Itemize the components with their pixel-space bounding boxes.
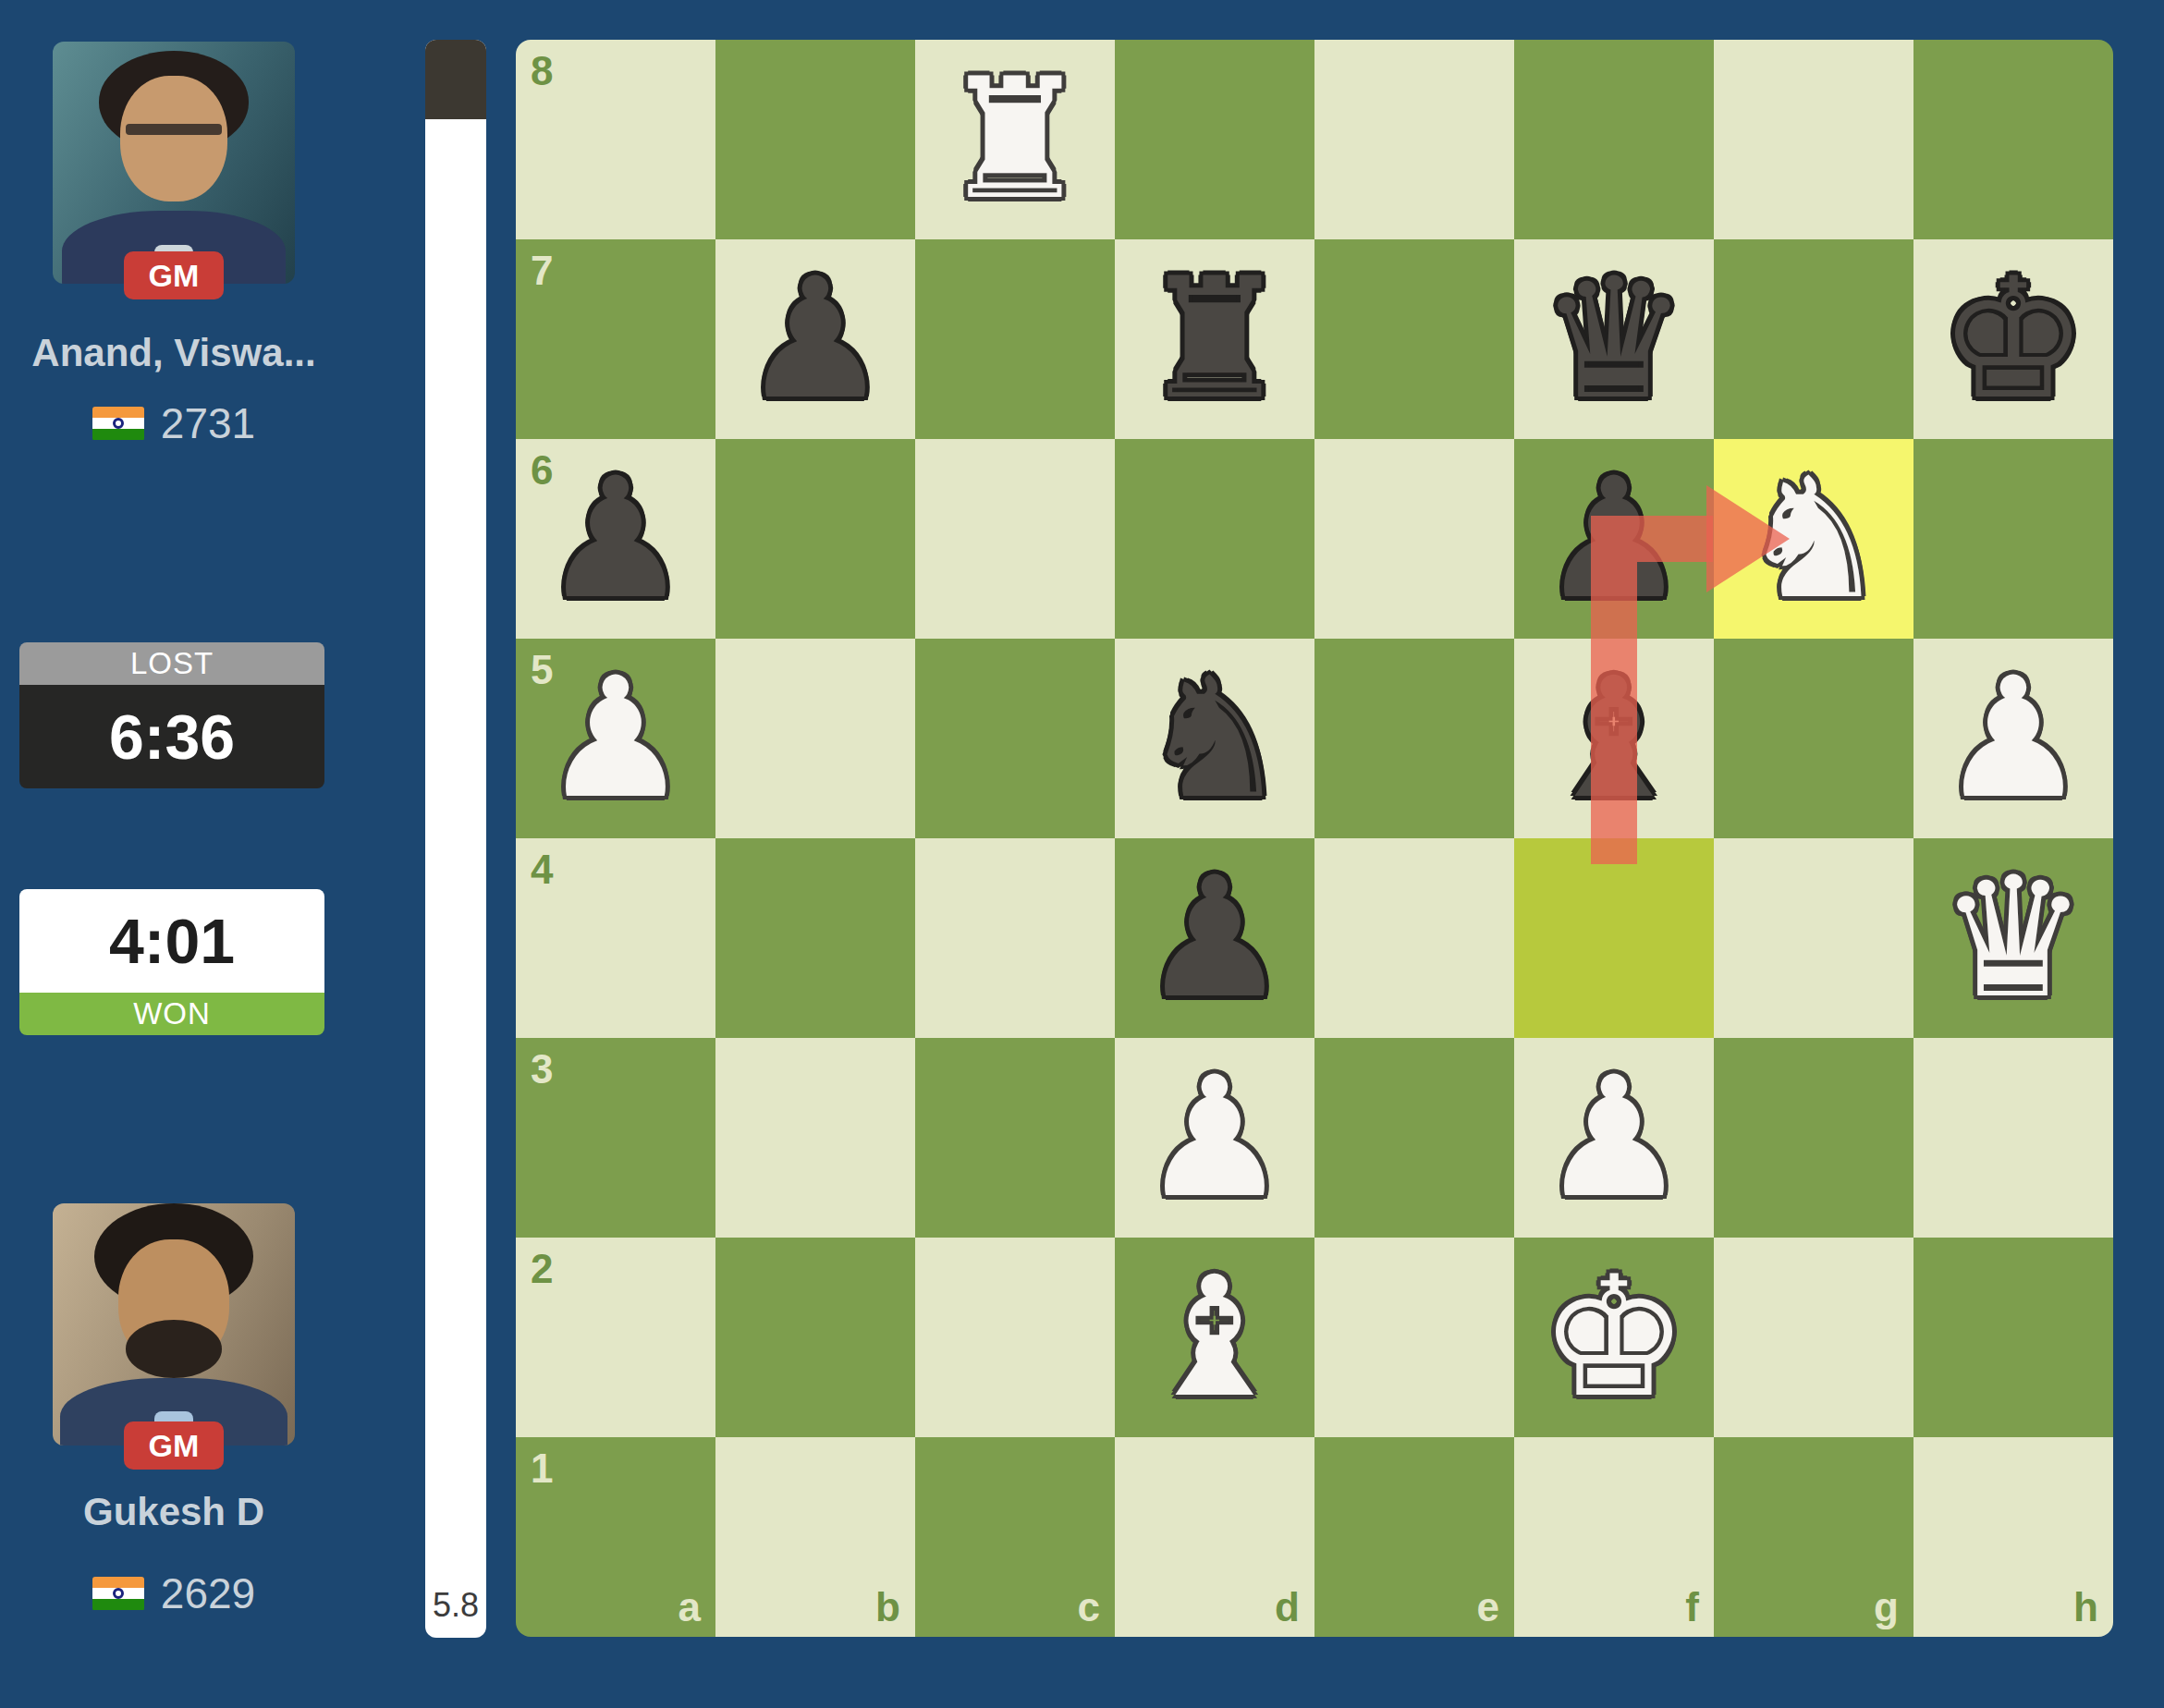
square-h6[interactable] — [1913, 439, 2113, 639]
title-badge-top: GM — [124, 251, 224, 299]
square-h2[interactable] — [1913, 1238, 2113, 1437]
piece-black-king-h7[interactable]: ♚ — [1913, 239, 2113, 439]
square-e2[interactable] — [1314, 1238, 1514, 1437]
title-badge-bottom: GM — [124, 1421, 224, 1470]
square-h1[interactable]: h — [1913, 1437, 2113, 1637]
photo-glasses — [126, 124, 223, 135]
file-label-h: h — [2073, 1587, 2098, 1628]
file-label-b: b — [875, 1587, 900, 1628]
square-c1[interactable]: c — [915, 1437, 1115, 1637]
square-h8[interactable] — [1913, 40, 2113, 239]
piece-white-pawn-f3[interactable]: ♟ — [1514, 1038, 1714, 1238]
square-c7[interactable] — [915, 239, 1115, 439]
square-f1[interactable]: f — [1514, 1437, 1714, 1637]
file-label-f: f — [1685, 1587, 1699, 1628]
square-b2[interactable] — [715, 1238, 915, 1437]
square-g5[interactable] — [1714, 639, 1913, 838]
rating-row-bottom: 2629 — [0, 1569, 348, 1617]
square-e6[interactable] — [1314, 439, 1514, 639]
file-label-e: e — [1477, 1587, 1499, 1628]
piece-white-knight-g6[interactable]: ♞ — [1714, 439, 1913, 639]
square-b4[interactable] — [715, 838, 915, 1038]
square-b1[interactable]: b — [715, 1437, 915, 1637]
game-viewer: { "game": "chess", "position": { "fen": … — [0, 0, 2164, 1708]
piece-black-pawn-f6[interactable]: ♟ — [1514, 439, 1714, 639]
square-a8[interactable]: 8 — [516, 40, 715, 239]
piece-black-pawn-a6[interactable]: ♟ — [516, 439, 715, 639]
photo-beard — [126, 1320, 223, 1378]
square-e7[interactable] — [1314, 239, 1514, 439]
square-f8[interactable] — [1514, 40, 1714, 239]
evaluation-bar: 5.8 — [425, 40, 486, 1638]
square-g1[interactable]: g — [1714, 1437, 1913, 1637]
square-c6[interactable] — [915, 439, 1115, 639]
rank-label-2: 2 — [531, 1249, 553, 1289]
rank-label-7: 7 — [531, 250, 553, 291]
square-b8[interactable] — [715, 40, 915, 239]
square-c3[interactable] — [915, 1038, 1115, 1238]
status-badge-bottom: WON — [19, 993, 324, 1035]
square-g4[interactable] — [1714, 838, 1913, 1038]
evaluation-value: 5.8 — [425, 1586, 486, 1625]
square-a3[interactable]: 3 — [516, 1038, 715, 1238]
piece-black-queen-f7[interactable]: ♛ — [1514, 239, 1714, 439]
clock-time-bottom: 4:01 — [19, 889, 324, 993]
india-flag-icon-top — [92, 407, 144, 441]
square-b5[interactable] — [715, 639, 915, 838]
piece-black-pawn-b7[interactable]: ♟ — [715, 239, 915, 439]
clock-top: LOST 6:36 — [19, 642, 324, 788]
evaluation-bar-black-segment — [425, 40, 486, 119]
piece-white-pawn-d3[interactable]: ♟ — [1115, 1038, 1314, 1238]
square-e1[interactable]: e — [1314, 1437, 1514, 1637]
square-a2[interactable]: 2 — [516, 1238, 715, 1437]
square-g3[interactable] — [1714, 1038, 1913, 1238]
piece-white-rook-c8[interactable]: ♜ — [915, 40, 1115, 239]
file-label-g: g — [1874, 1587, 1899, 1628]
rank-label-4: 4 — [531, 849, 553, 890]
title-badge-bottom-label: GM — [149, 1428, 200, 1464]
player-rating-bottom: 2629 — [161, 1568, 255, 1618]
square-b3[interactable] — [715, 1038, 915, 1238]
piece-white-king-f2[interactable]: ♚ — [1514, 1238, 1714, 1437]
piece-black-bishop-f5[interactable]: ♝ — [1514, 639, 1714, 838]
rank-label-1: 1 — [531, 1448, 553, 1489]
rank-label-3: 3 — [531, 1049, 553, 1090]
square-c2[interactable] — [915, 1238, 1115, 1437]
piece-white-pawn-a5[interactable]: ♟ — [516, 639, 715, 838]
square-b6[interactable] — [715, 439, 915, 639]
piece-white-bishop-d2[interactable]: ♝ — [1115, 1238, 1314, 1437]
player-photo-bottom — [53, 1203, 295, 1446]
square-a1[interactable]: 1a — [516, 1437, 715, 1637]
rank-label-8: 8 — [531, 51, 553, 91]
square-d8[interactable] — [1115, 40, 1314, 239]
title-badge-top-label: GM — [149, 258, 200, 294]
rating-row-top: 2731 — [0, 399, 348, 447]
square-c5[interactable] — [915, 639, 1115, 838]
piece-white-pawn-h5[interactable]: ♟ — [1913, 639, 2113, 838]
square-d1[interactable]: d — [1115, 1437, 1314, 1637]
photo-face — [120, 76, 226, 201]
status-badge-top: LOST — [19, 642, 324, 685]
square-c4[interactable] — [915, 838, 1115, 1038]
square-e5[interactable] — [1314, 639, 1514, 838]
piece-black-rook-d7[interactable]: ♜ — [1115, 239, 1314, 439]
player-name-top: Anand, Viswa... — [0, 331, 348, 375]
india-flag-icon-bottom — [92, 1577, 144, 1611]
player-rating-top: 2731 — [161, 398, 255, 448]
square-e8[interactable] — [1314, 40, 1514, 239]
clock-time-top: 6:36 — [19, 685, 324, 788]
square-a4[interactable]: 4 — [516, 838, 715, 1038]
file-label-c: c — [1078, 1587, 1100, 1628]
square-g7[interactable] — [1714, 239, 1913, 439]
player-photo-top — [53, 42, 295, 284]
square-g8[interactable] — [1714, 40, 1913, 239]
piece-black-pawn-d4[interactable]: ♟ — [1115, 838, 1314, 1038]
clock-bottom: 4:01 WON — [19, 889, 324, 1035]
file-label-a: a — [679, 1587, 701, 1628]
square-e3[interactable] — [1314, 1038, 1514, 1238]
square-d6[interactable] — [1115, 439, 1314, 639]
square-g2[interactable] — [1714, 1238, 1913, 1437]
piece-black-knight-d5[interactable]: ♞ — [1115, 639, 1314, 838]
player-name-bottom: Gukesh D — [0, 1490, 348, 1534]
piece-white-queen-h4[interactable]: ♛ — [1913, 838, 2113, 1038]
square-h3[interactable] — [1913, 1038, 2113, 1238]
square-a7[interactable]: 7 — [516, 239, 715, 439]
square-f4[interactable] — [1514, 838, 1714, 1038]
file-label-d: d — [1275, 1587, 1300, 1628]
square-e4[interactable] — [1314, 838, 1514, 1038]
